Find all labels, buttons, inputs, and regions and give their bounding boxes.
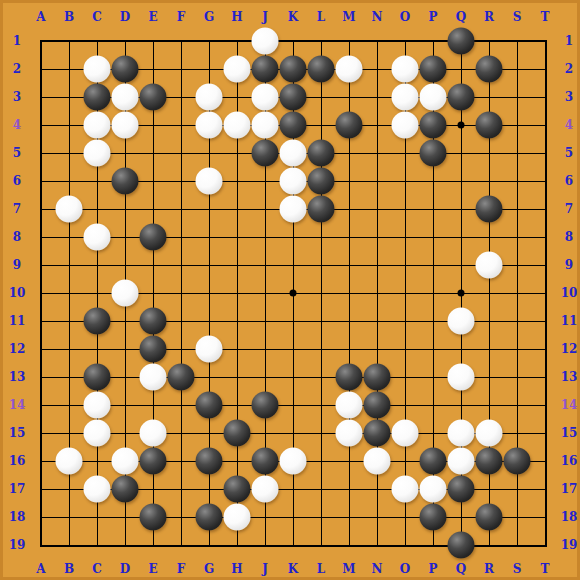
col-label-top-P: P — [428, 11, 437, 23]
white-stone-D4[interactable] — [112, 112, 139, 139]
black-stone-G16[interactable] — [196, 448, 223, 475]
col-label-top-E: E — [148, 11, 157, 23]
col-label-top-S: S — [513, 11, 522, 23]
white-stone-C17[interactable] — [84, 476, 111, 503]
white-stone-K16[interactable] — [280, 448, 307, 475]
row-label-right-5: 5 — [565, 147, 573, 159]
white-stone-C14[interactable] — [84, 392, 111, 419]
white-stone-C2[interactable] — [84, 56, 111, 83]
col-label-bottom-H: H — [231, 563, 242, 575]
col-label-bottom-M: M — [342, 563, 355, 575]
black-stone-D6[interactable] — [112, 168, 139, 195]
white-stone-D3[interactable] — [112, 84, 139, 111]
black-stone-C13[interactable] — [84, 364, 111, 391]
col-label-bottom-C: C — [92, 563, 102, 575]
black-stone-R2[interactable] — [476, 56, 503, 83]
black-stone-M13[interactable] — [336, 364, 363, 391]
black-stone-P4[interactable] — [420, 112, 447, 139]
col-label-top-R: R — [484, 11, 494, 23]
white-stone-G4[interactable] — [196, 112, 223, 139]
row-label-right-14: 14 — [561, 399, 578, 411]
white-stone-P3[interactable] — [420, 84, 447, 111]
white-stone-Q11[interactable] — [448, 308, 475, 335]
white-stone-C5[interactable] — [84, 140, 111, 167]
white-stone-G12[interactable] — [196, 336, 223, 363]
white-stone-H2[interactable] — [224, 56, 251, 83]
row-label-right-9: 9 — [565, 259, 573, 271]
row-label-left-4: 4 — [13, 119, 21, 131]
black-stone-J5[interactable] — [252, 140, 279, 167]
white-stone-Q15[interactable] — [448, 420, 475, 447]
row-label-left-7: 7 — [13, 203, 21, 215]
white-stone-Q13[interactable] — [448, 364, 475, 391]
col-label-bottom-P: P — [428, 563, 437, 575]
black-stone-K2[interactable] — [280, 56, 307, 83]
col-label-top-G: G — [204, 11, 214, 23]
black-stone-J14[interactable] — [252, 392, 279, 419]
white-stone-G3[interactable] — [196, 84, 223, 111]
white-stone-Q16[interactable] — [448, 448, 475, 475]
white-stone-C15[interactable] — [84, 420, 111, 447]
black-stone-H15[interactable] — [224, 420, 251, 447]
white-stone-O3[interactable] — [392, 84, 419, 111]
black-stone-H17[interactable] — [224, 476, 251, 503]
black-stone-F13[interactable] — [168, 364, 195, 391]
white-stone-D10[interactable] — [112, 280, 139, 307]
black-stone-G14[interactable] — [196, 392, 223, 419]
black-stone-P2[interactable] — [420, 56, 447, 83]
row-label-left-13: 13 — [9, 371, 26, 383]
white-stone-M14[interactable] — [336, 392, 363, 419]
col-label-bottom-K: K — [288, 563, 298, 575]
black-stone-Q1[interactable] — [448, 28, 475, 55]
black-stone-G18[interactable] — [196, 504, 223, 531]
row-label-left-3: 3 — [13, 91, 21, 103]
row-label-right-7: 7 — [565, 203, 573, 215]
hoshi-Q10 — [458, 290, 465, 297]
row-label-right-18: 18 — [561, 511, 578, 523]
col-label-top-B: B — [64, 11, 74, 23]
black-stone-C11[interactable] — [84, 308, 111, 335]
black-stone-Q19[interactable] — [448, 532, 475, 559]
white-stone-C8[interactable] — [84, 224, 111, 251]
white-stone-H18[interactable] — [224, 504, 251, 531]
col-label-bottom-D: D — [120, 563, 130, 575]
col-label-top-N: N — [372, 11, 383, 23]
white-stone-E15[interactable] — [140, 420, 167, 447]
black-stone-D17[interactable] — [112, 476, 139, 503]
row-label-left-5: 5 — [13, 147, 21, 159]
white-stone-G6[interactable] — [196, 168, 223, 195]
col-label-top-M: M — [342, 11, 355, 23]
black-stone-J16[interactable] — [252, 448, 279, 475]
white-stone-J17[interactable] — [252, 476, 279, 503]
col-label-top-Q: Q — [456, 11, 466, 23]
black-stone-R4[interactable] — [476, 112, 503, 139]
white-stone-O15[interactable] — [392, 420, 419, 447]
hoshi-K10 — [290, 290, 297, 297]
white-stone-J4[interactable] — [252, 112, 279, 139]
white-stone-P17[interactable] — [420, 476, 447, 503]
black-stone-E11[interactable] — [140, 308, 167, 335]
row-label-right-12: 12 — [561, 343, 578, 355]
row-label-left-9: 9 — [13, 259, 21, 271]
row-label-left-17: 17 — [9, 483, 26, 495]
row-label-left-18: 18 — [9, 511, 26, 523]
black-stone-D2[interactable] — [112, 56, 139, 83]
white-stone-O2[interactable] — [392, 56, 419, 83]
row-label-left-2: 2 — [13, 63, 21, 75]
row-label-right-1: 1 — [565, 35, 573, 47]
black-stone-L2[interactable] — [308, 56, 335, 83]
col-label-bottom-E: E — [148, 563, 157, 575]
black-stone-P18[interactable] — [420, 504, 447, 531]
black-stone-L7[interactable] — [308, 196, 335, 223]
black-stone-E3[interactable] — [140, 84, 167, 111]
col-label-bottom-R: R — [484, 563, 494, 575]
row-label-left-16: 16 — [9, 455, 26, 467]
black-stone-K3[interactable] — [280, 84, 307, 111]
black-stone-J2[interactable] — [252, 56, 279, 83]
col-label-bottom-F: F — [177, 563, 186, 575]
col-label-top-J: J — [262, 11, 268, 23]
black-stone-R18[interactable] — [476, 504, 503, 531]
col-label-bottom-G: G — [204, 563, 214, 575]
white-stone-M15[interactable] — [336, 420, 363, 447]
white-stone-B7[interactable] — [56, 196, 83, 223]
white-stone-M2[interactable] — [336, 56, 363, 83]
row-label-right-2: 2 — [565, 63, 573, 75]
col-label-top-L: L — [317, 11, 325, 23]
white-stone-K6[interactable] — [280, 168, 307, 195]
col-label-bottom-J: J — [262, 563, 268, 575]
white-stone-R15[interactable] — [476, 420, 503, 447]
col-label-top-K: K — [288, 11, 298, 23]
black-stone-E16[interactable] — [140, 448, 167, 475]
row-label-right-4: 4 — [565, 119, 573, 131]
col-label-top-A: A — [36, 11, 45, 23]
black-stone-E8[interactable] — [140, 224, 167, 251]
row-label-right-13: 13 — [561, 371, 578, 383]
col-label-top-D: D — [120, 11, 130, 23]
black-stone-P5[interactable] — [420, 140, 447, 167]
black-stone-R7[interactable] — [476, 196, 503, 223]
black-stone-Q3[interactable] — [448, 84, 475, 111]
row-label-left-8: 8 — [13, 231, 21, 243]
white-stone-C4[interactable] — [84, 112, 111, 139]
black-stone-N15[interactable] — [364, 420, 391, 447]
white-stone-J3[interactable] — [252, 84, 279, 111]
black-stone-L6[interactable] — [308, 168, 335, 195]
row-label-left-15: 15 — [9, 427, 26, 439]
row-label-left-6: 6 — [13, 175, 21, 187]
black-stone-P16[interactable] — [420, 448, 447, 475]
col-label-bottom-T: T — [541, 563, 550, 575]
col-label-bottom-S: S — [513, 563, 522, 575]
white-stone-K5[interactable] — [280, 140, 307, 167]
black-stone-C3[interactable] — [84, 84, 111, 111]
col-label-bottom-L: L — [317, 563, 325, 575]
row-label-right-11: 11 — [561, 315, 578, 327]
col-label-top-T: T — [541, 11, 550, 23]
row-label-right-19: 19 — [561, 539, 578, 551]
row-label-right-17: 17 — [561, 483, 578, 495]
hoshi-Q4 — [458, 122, 465, 129]
col-label-top-C: C — [92, 11, 102, 23]
white-stone-O17[interactable] — [392, 476, 419, 503]
col-label-top-F: F — [177, 11, 186, 23]
row-label-right-15: 15 — [561, 427, 578, 439]
row-label-right-3: 3 — [565, 91, 573, 103]
go-board-screen: ABCDEFGHJKLMNOPQRST ABCDEFGHJKLMNOPQRST … — [0, 0, 580, 580]
row-label-left-10: 10 — [9, 287, 26, 299]
black-stone-N13[interactable] — [364, 364, 391, 391]
black-stone-R16[interactable] — [476, 448, 503, 475]
row-label-right-6: 6 — [565, 175, 573, 187]
black-stone-E18[interactable] — [140, 504, 167, 531]
row-label-left-19: 19 — [9, 539, 26, 551]
col-label-top-H: H — [231, 11, 242, 23]
white-stone-O4[interactable] — [392, 112, 419, 139]
row-label-left-14: 14 — [9, 399, 26, 411]
white-stone-E13[interactable] — [140, 364, 167, 391]
black-stone-S16[interactable] — [504, 448, 531, 475]
col-label-bottom-Q: Q — [456, 563, 466, 575]
white-stone-K7[interactable] — [280, 196, 307, 223]
black-stone-N14[interactable] — [364, 392, 391, 419]
white-stone-D16[interactable] — [112, 448, 139, 475]
white-stone-N16[interactable] — [364, 448, 391, 475]
black-stone-E12[interactable] — [140, 336, 167, 363]
black-stone-M4[interactable] — [336, 112, 363, 139]
white-stone-R9[interactable] — [476, 252, 503, 279]
row-label-left-11: 11 — [9, 315, 26, 327]
col-label-bottom-B: B — [64, 563, 74, 575]
row-label-right-10: 10 — [561, 287, 578, 299]
row-label-right-8: 8 — [565, 231, 573, 243]
black-stone-K4[interactable] — [280, 112, 307, 139]
black-stone-Q17[interactable] — [448, 476, 475, 503]
white-stone-H4[interactable] — [224, 112, 251, 139]
col-label-bottom-A: A — [36, 563, 45, 575]
col-label-bottom-O: O — [400, 563, 410, 575]
row-label-right-16: 16 — [561, 455, 578, 467]
white-stone-B16[interactable] — [56, 448, 83, 475]
black-stone-L5[interactable] — [308, 140, 335, 167]
col-label-top-O: O — [400, 11, 410, 23]
row-label-left-1: 1 — [13, 35, 21, 47]
col-label-bottom-N: N — [372, 563, 383, 575]
white-stone-J1[interactable] — [252, 28, 279, 55]
row-label-left-12: 12 — [9, 343, 26, 355]
